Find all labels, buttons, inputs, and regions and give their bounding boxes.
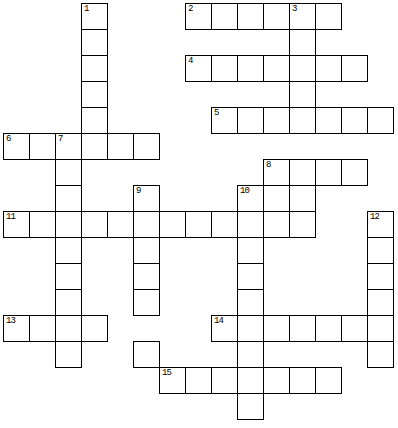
grid-cell[interactable]: 2 — [185, 3, 212, 30]
crossword-page: 123456789101112131415 — [0, 0, 398, 428]
grid-cell[interactable] — [237, 55, 264, 82]
grid-cell[interactable] — [341, 315, 368, 342]
grid-cell[interactable]: 6 — [3, 133, 30, 160]
grid-cell[interactable] — [55, 289, 82, 316]
clue-number: 1 — [84, 4, 88, 15]
grid-cell[interactable] — [55, 263, 82, 290]
grid-cell[interactable] — [289, 185, 316, 212]
grid-cell[interactable] — [133, 237, 160, 264]
grid-cell[interactable] — [81, 211, 108, 238]
clue-number: 15 — [162, 368, 171, 379]
grid-cell[interactable] — [289, 55, 316, 82]
grid-cell[interactable] — [211, 55, 238, 82]
clue-number: 6 — [6, 134, 10, 145]
grid-cell[interactable] — [185, 211, 212, 238]
grid-cell[interactable]: 7 — [55, 133, 82, 160]
grid-cell[interactable] — [367, 341, 394, 368]
grid-cell[interactable] — [263, 55, 290, 82]
grid-cell[interactable] — [237, 367, 264, 394]
grid-cell[interactable] — [133, 263, 160, 290]
grid-cell[interactable] — [289, 29, 316, 56]
clue-number: 11 — [6, 212, 15, 223]
grid-cell[interactable]: 11 — [3, 211, 30, 238]
grid-cell[interactable] — [367, 107, 394, 134]
grid-cell[interactable]: 9 — [133, 185, 160, 212]
grid-cell[interactable]: 13 — [3, 315, 30, 342]
grid-cell[interactable] — [237, 107, 264, 134]
grid-cell[interactable] — [237, 3, 264, 30]
grid-cell[interactable] — [341, 107, 368, 134]
clue-number: 10 — [240, 186, 249, 197]
grid-cell[interactable] — [341, 55, 368, 82]
clue-number: 7 — [58, 134, 62, 145]
clue-number: 12 — [370, 212, 379, 223]
grid-cell[interactable] — [237, 237, 264, 264]
grid-cell[interactable] — [237, 263, 264, 290]
clue-number: 2 — [188, 4, 192, 15]
grid-cell[interactable] — [81, 133, 108, 160]
grid-cell[interactable] — [211, 3, 238, 30]
grid-cell[interactable]: 10 — [237, 185, 264, 212]
grid-cell[interactable] — [289, 159, 316, 186]
crossword-board: 123456789101112131415 — [0, 0, 398, 428]
grid-cell[interactable] — [211, 367, 238, 394]
grid-cell[interactable] — [81, 315, 108, 342]
grid-cell[interactable] — [289, 107, 316, 134]
grid-cell[interactable] — [55, 211, 82, 238]
grid-cell[interactable] — [237, 289, 264, 316]
grid-cell[interactable] — [315, 107, 342, 134]
grid-cell[interactable]: 15 — [159, 367, 186, 394]
grid-cell[interactable]: 12 — [367, 211, 394, 238]
clue-number: 13 — [6, 316, 15, 327]
grid-cell[interactable] — [133, 341, 160, 368]
grid-cell[interactable] — [289, 367, 316, 394]
grid-cell[interactable] — [237, 393, 264, 420]
grid-cell[interactable] — [315, 3, 342, 30]
grid-cell[interactable] — [55, 237, 82, 264]
grid-cell[interactable]: 8 — [263, 159, 290, 186]
grid-cell[interactable] — [159, 211, 186, 238]
grid-cell[interactable] — [107, 133, 134, 160]
grid-cell[interactable]: 4 — [185, 55, 212, 82]
clue-number: 4 — [188, 56, 192, 67]
grid-cell[interactable] — [367, 263, 394, 290]
clue-number: 5 — [214, 108, 218, 119]
grid-cell[interactable] — [55, 315, 82, 342]
clue-number: 9 — [136, 186, 140, 197]
grid-cell[interactable] — [81, 55, 108, 82]
grid-cell[interactable] — [289, 211, 316, 238]
grid-cell[interactable] — [289, 315, 316, 342]
grid-cell[interactable] — [55, 185, 82, 212]
grid-cell[interactable] — [263, 185, 290, 212]
grid-cell[interactable] — [237, 211, 264, 238]
grid-cell[interactable] — [211, 211, 238, 238]
grid-cell[interactable] — [341, 159, 368, 186]
grid-cell[interactable] — [367, 315, 394, 342]
grid-cell[interactable] — [315, 315, 342, 342]
grid-cell[interactable] — [263, 315, 290, 342]
grid-cell[interactable] — [315, 55, 342, 82]
grid-cell[interactable] — [263, 107, 290, 134]
grid-cell[interactable] — [133, 133, 160, 160]
clue-number: 8 — [266, 160, 270, 171]
grid-cell[interactable] — [315, 367, 342, 394]
grid-cell[interactable] — [29, 211, 56, 238]
grid-cell[interactable]: 14 — [211, 315, 238, 342]
grid-cell[interactable]: 5 — [211, 107, 238, 134]
grid-cell[interactable] — [81, 107, 108, 134]
grid-cell[interactable] — [133, 211, 160, 238]
grid-cell[interactable] — [289, 81, 316, 108]
grid-cell[interactable] — [185, 367, 212, 394]
clue-number: 3 — [292, 4, 296, 15]
grid-cell[interactable] — [263, 3, 290, 30]
grid-cell[interactable] — [55, 341, 82, 368]
grid-cell[interactable] — [263, 211, 290, 238]
grid-cell[interactable] — [107, 211, 134, 238]
grid-cell[interactable] — [133, 289, 160, 316]
grid-cell[interactable] — [315, 159, 342, 186]
grid-cell[interactable] — [367, 237, 394, 264]
grid-cell[interactable] — [29, 315, 56, 342]
grid-cell[interactable] — [55, 159, 82, 186]
clue-number: 14 — [214, 316, 223, 327]
grid-cell[interactable] — [237, 315, 264, 342]
grid-cell[interactable] — [263, 367, 290, 394]
grid-cell[interactable] — [237, 341, 264, 368]
grid-cell[interactable] — [81, 81, 108, 108]
grid-cell[interactable] — [81, 29, 108, 56]
grid-cell[interactable]: 1 — [81, 3, 108, 30]
grid-cell[interactable] — [367, 289, 394, 316]
grid-cell[interactable]: 3 — [289, 3, 316, 30]
grid-cell[interactable] — [29, 133, 56, 160]
